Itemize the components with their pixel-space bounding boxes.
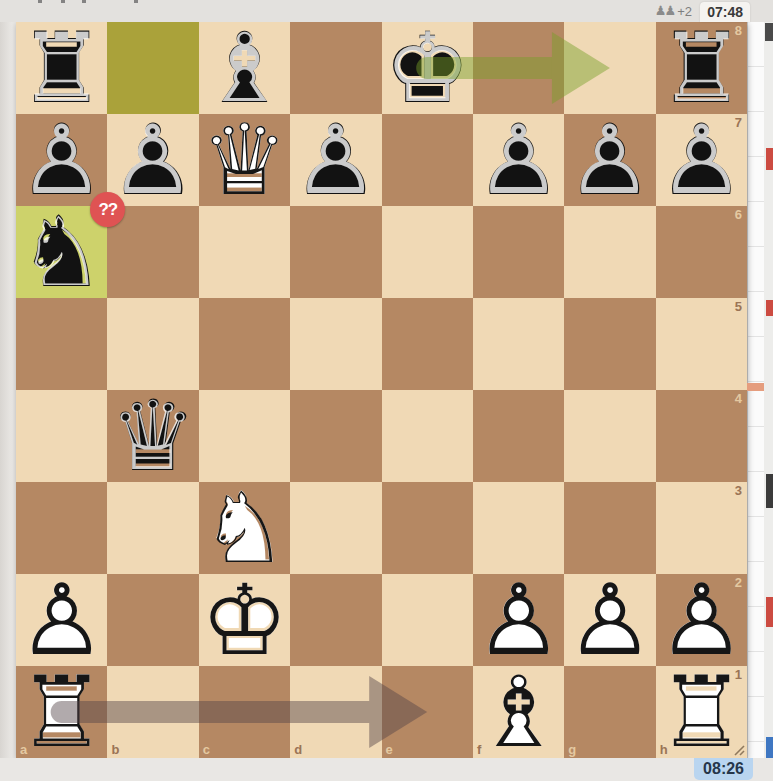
- square-a4[interactable]: [16, 390, 107, 482]
- square-d2[interactable]: [290, 574, 381, 666]
- square-e4[interactable]: [382, 390, 473, 482]
- square-d1[interactable]: d: [290, 666, 381, 758]
- piece-black-king-e8[interactable]: ♚♔: [382, 22, 473, 114]
- square-e2[interactable]: [382, 574, 473, 666]
- square-f6[interactable]: [473, 206, 564, 298]
- cropped-glyph: [38, 0, 42, 3]
- piece-black-pawn-g7[interactable]: ♟♙: [564, 114, 655, 206]
- bottom-bar: [0, 758, 773, 781]
- piece-white-knight-c3[interactable]: ♞♘: [199, 482, 290, 574]
- board-resize-handle[interactable]: [731, 742, 745, 756]
- piece-black-queen-b4[interactable]: ♛♕: [107, 390, 198, 482]
- file-coordinate: d: [294, 742, 302, 757]
- file-coordinate: b: [111, 742, 119, 757]
- chess-board[interactable]: 8765432abcdefg1h ♜♖♝♗♚♔♜♖♟♙♟♙♛♕♟♙♟♙♟♙♟♙♞…: [16, 22, 747, 758]
- square-g4[interactable]: [564, 390, 655, 482]
- cropped-glyph: [134, 0, 138, 3]
- cropped-glyph: [61, 0, 65, 3]
- square-b2[interactable]: [107, 574, 198, 666]
- piece-white-pawn-g2[interactable]: ♟♙: [564, 574, 655, 666]
- top-bar: ♟♟ +2: [0, 0, 773, 22]
- blue-mark: [766, 737, 773, 759]
- piece-black-pawn-f7[interactable]: ♟♙: [473, 114, 564, 206]
- file-coordinate: e: [386, 742, 393, 757]
- material-advantage-value: +2: [677, 4, 692, 19]
- square-f3[interactable]: [473, 482, 564, 574]
- square-d3[interactable]: [290, 482, 381, 574]
- square-b8[interactable]: [107, 22, 198, 114]
- square-h4[interactable]: 4: [656, 390, 747, 482]
- square-h6[interactable]: 6: [656, 206, 747, 298]
- square-d5[interactable]: [290, 298, 381, 390]
- square-g6[interactable]: [564, 206, 655, 298]
- square-g8[interactable]: [564, 22, 655, 114]
- piece-white-rook-a1[interactable]: ♜♖: [16, 666, 107, 758]
- piece-white-pawn-h2[interactable]: ♟♙: [656, 574, 747, 666]
- piece-white-queen-c7[interactable]: ♛♕: [199, 114, 290, 206]
- piece-black-pawn-b7[interactable]: ♟♙: [107, 114, 198, 206]
- square-e1[interactable]: e: [382, 666, 473, 758]
- square-f5[interactable]: [473, 298, 564, 390]
- square-g3[interactable]: [564, 482, 655, 574]
- square-c1[interactable]: c: [199, 666, 290, 758]
- square-b1[interactable]: b: [107, 666, 198, 758]
- square-e3[interactable]: [382, 482, 473, 574]
- square-d6[interactable]: [290, 206, 381, 298]
- square-c5[interactable]: [199, 298, 290, 390]
- piece-black-pawn-h7[interactable]: ♟♙: [656, 114, 747, 206]
- white-clock-active: 08:26: [694, 758, 753, 780]
- square-b5[interactable]: [107, 298, 198, 390]
- material-advantage: ♟♟ +2: [655, 3, 692, 19]
- square-c6[interactable]: [199, 206, 290, 298]
- chess-game-page: ♟♟ +2 07:48 8765432abcdefg1h ♜♖♝♗♚♔♜♖♟♙♟…: [0, 0, 773, 781]
- piece-white-bishop-f1[interactable]: ♝♗: [473, 666, 564, 758]
- rank-coordinate: 3: [735, 483, 742, 498]
- piece-black-bishop-c8[interactable]: ♝♗: [199, 22, 290, 114]
- square-g5[interactable]: [564, 298, 655, 390]
- piece-black-rook-h8[interactable]: ♜♖: [656, 22, 747, 114]
- left-margin-shade: [0, 22, 12, 758]
- black-clock: 07:48: [700, 2, 750, 22]
- piece-black-pawn-d7[interactable]: ♟♙: [290, 114, 381, 206]
- rank-coordinate: 5: [735, 299, 742, 314]
- rank-coordinate: 4: [735, 391, 742, 406]
- scrollbar-thumb[interactable]: [765, 23, 773, 41]
- red-mark: [766, 300, 773, 316]
- file-coordinate: g: [568, 742, 576, 757]
- piece-white-pawn-f2[interactable]: ♟♙: [473, 574, 564, 666]
- piece-white-king-c2[interactable]: ♚♔: [199, 574, 290, 666]
- red-mark: [766, 148, 773, 170]
- page-scrollbar-track[interactable]: [764, 22, 773, 781]
- piece-black-rook-a8[interactable]: ♜♖: [16, 22, 107, 114]
- captured-pawns-icon: ♟♟: [655, 3, 674, 19]
- square-a5[interactable]: [16, 298, 107, 390]
- square-f8[interactable]: [473, 22, 564, 114]
- square-b3[interactable]: [107, 482, 198, 574]
- piece-white-pawn-a2[interactable]: ♟♙: [16, 574, 107, 666]
- square-d4[interactable]: [290, 390, 381, 482]
- square-e5[interactable]: [382, 298, 473, 390]
- file-coordinate: c: [203, 742, 210, 757]
- square-c4[interactable]: [199, 390, 290, 482]
- square-h5[interactable]: 5: [656, 298, 747, 390]
- square-a3[interactable]: [16, 482, 107, 574]
- list-highlight-band: [747, 383, 764, 391]
- square-f4[interactable]: [473, 390, 564, 482]
- square-h3[interactable]: 3: [656, 482, 747, 574]
- red-mark: [766, 597, 773, 627]
- square-e7[interactable]: [382, 114, 473, 206]
- square-d8[interactable]: [290, 22, 381, 114]
- piece-black-pawn-a7[interactable]: ♟♙: [16, 114, 107, 206]
- dark-mark: [766, 474, 773, 508]
- cropped-glyph: [82, 0, 86, 3]
- square-g1[interactable]: g: [564, 666, 655, 758]
- square-e6[interactable]: [382, 206, 473, 298]
